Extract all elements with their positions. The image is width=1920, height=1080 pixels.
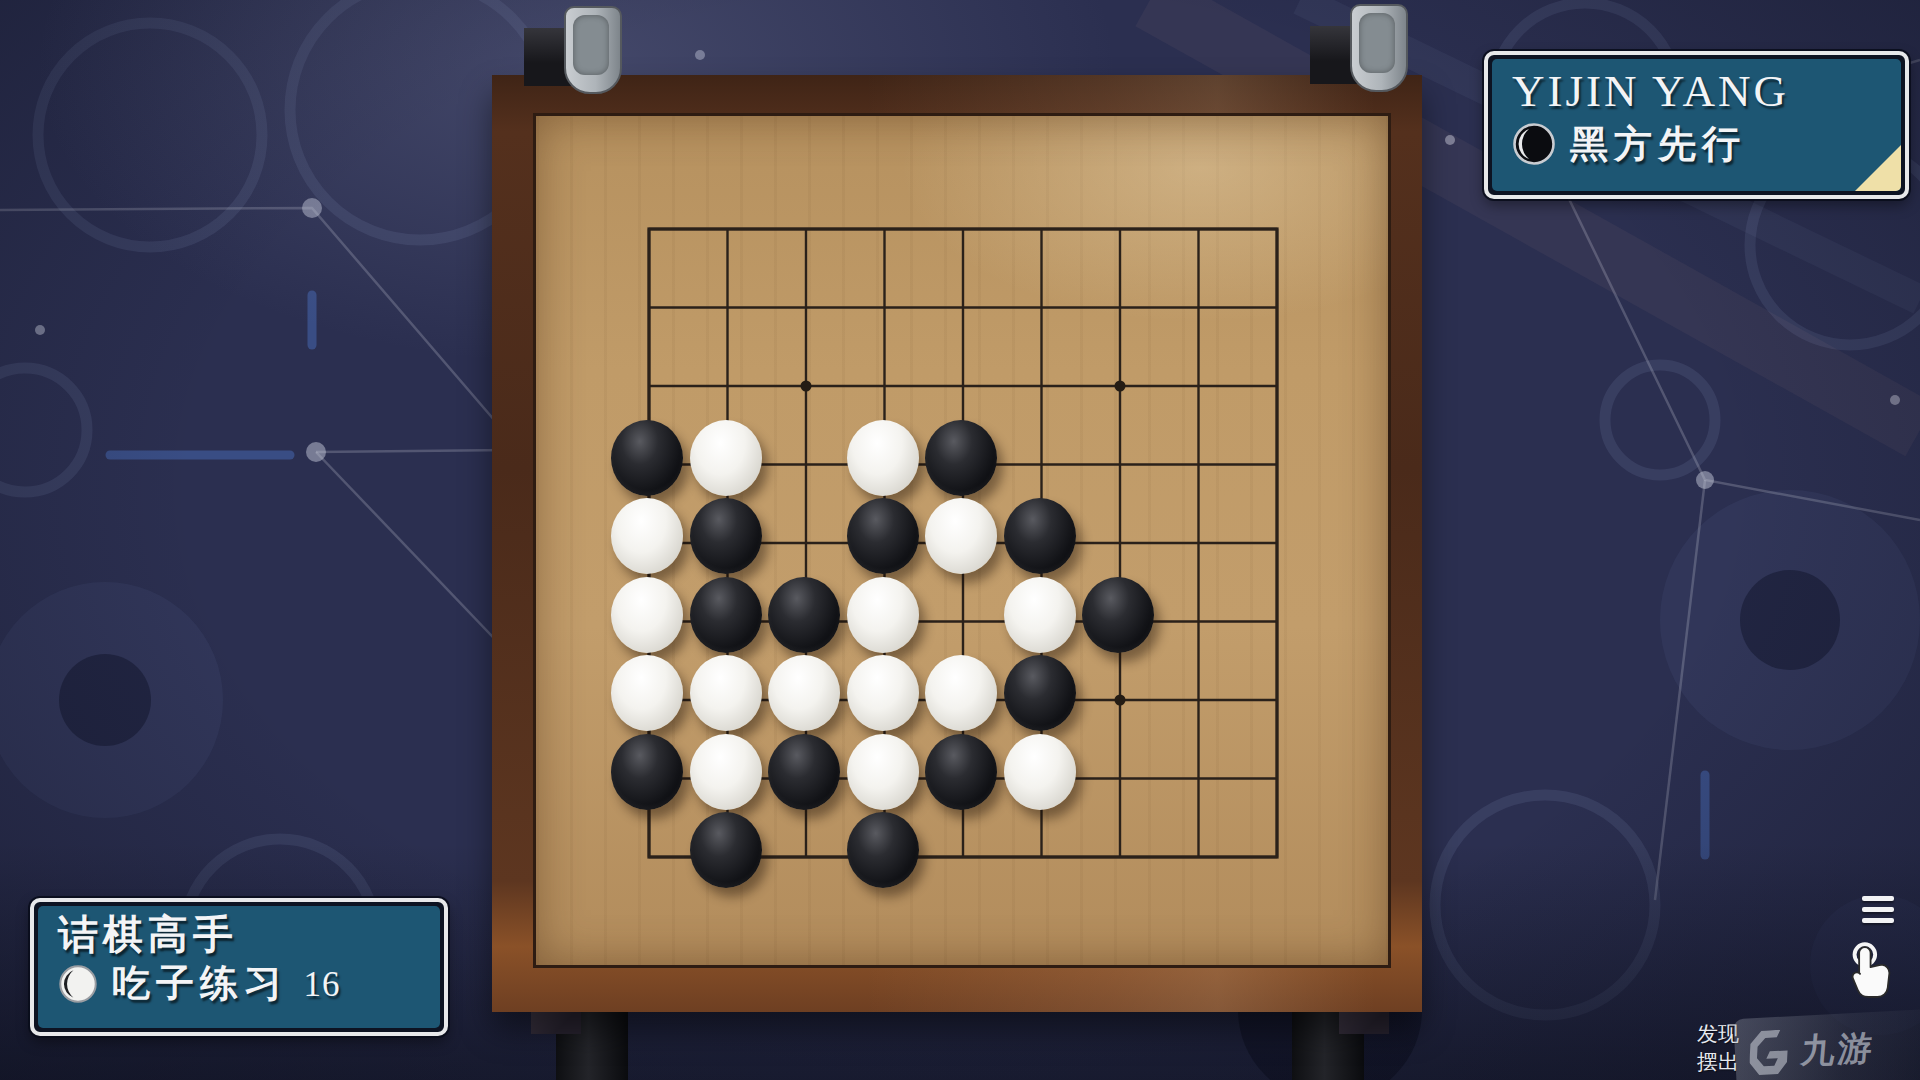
black-stone [1082, 577, 1154, 653]
board-cell-e9[interactable] [924, 818, 1003, 897]
board-clamp-right [1310, 4, 1406, 94]
bottom-right-captions: 发现 摆出 [1697, 1020, 1739, 1076]
board-cell-e1[interactable] [924, 190, 1003, 269]
board-cell-g9[interactable] [1081, 818, 1160, 897]
board-cell-a2[interactable] [610, 268, 689, 347]
board-cell-d7[interactable] [845, 661, 924, 740]
board-cell-i1[interactable] [1238, 190, 1317, 269]
board-clamp-left [524, 6, 620, 96]
board-intersections-grid [610, 190, 1317, 897]
board-cell-f3[interactable] [1002, 347, 1081, 426]
board-cell-d4[interactable] [845, 425, 924, 504]
board-cell-i7[interactable] [1238, 661, 1317, 740]
board-cell-c6[interactable] [767, 582, 846, 661]
puzzle-subtitle-text: 吃子练习 [112, 962, 288, 1004]
board-cell-b2[interactable] [688, 268, 767, 347]
black-stone [768, 577, 840, 653]
board-cell-d2[interactable] [845, 268, 924, 347]
board-cell-i2[interactable] [1238, 268, 1317, 347]
board-cell-c2[interactable] [767, 268, 846, 347]
black-stone [690, 498, 762, 574]
board-cell-i5[interactable] [1238, 504, 1317, 583]
black-stone [1004, 498, 1076, 574]
board-cell-c3[interactable] [767, 347, 846, 426]
board-cell-b6[interactable] [688, 582, 767, 661]
board-cell-e6[interactable] [924, 582, 1003, 661]
board-cell-f4[interactable] [1002, 425, 1081, 504]
black-stone [690, 577, 762, 653]
player-name: YIJIN YANG [1512, 67, 1881, 117]
board-cell-a8[interactable] [610, 739, 689, 818]
board-cell-f9[interactable] [1002, 818, 1081, 897]
white-stone [847, 655, 919, 731]
hamburger-menu-icon [1862, 918, 1894, 923]
black-stone [847, 498, 919, 574]
puzzle-number: 16 [304, 965, 341, 1004]
board-cell-c9[interactable] [767, 818, 846, 897]
board-cell-b5[interactable] [688, 504, 767, 583]
caption-line-2: 摆出 [1697, 1048, 1739, 1076]
white-stone [611, 498, 683, 574]
menu-button[interactable] [1862, 896, 1894, 929]
board-cell-g8[interactable] [1081, 739, 1160, 818]
board-cell-b8[interactable] [688, 739, 767, 818]
board-cell-h1[interactable] [1159, 190, 1238, 269]
board-cell-b7[interactable] [688, 661, 767, 740]
board-cell-c4[interactable] [767, 425, 846, 504]
board-cell-d1[interactable] [845, 190, 924, 269]
board-cell-g1[interactable] [1081, 190, 1160, 269]
board-cell-f6[interactable] [1002, 582, 1081, 661]
black-stone [768, 734, 840, 810]
white-stone [925, 498, 997, 574]
board-cell-d6[interactable] [845, 582, 924, 661]
board-cell-e8[interactable] [924, 739, 1003, 818]
white-stone [611, 577, 683, 653]
clamp-clip-pad [1359, 13, 1395, 73]
board-cell-i3[interactable] [1238, 347, 1317, 426]
white-stone [1004, 577, 1076, 653]
board-cell-f1[interactable] [1002, 190, 1081, 269]
board-cell-h8[interactable] [1159, 739, 1238, 818]
board-cell-g7[interactable] [1081, 661, 1160, 740]
white-stone [847, 734, 919, 810]
player-panel: YIJIN YANG 黑方先行 [1484, 51, 1909, 199]
board-cell-e7[interactable] [924, 661, 1003, 740]
board-cell-a9[interactable] [610, 818, 689, 897]
jiuyou-g-logo [1748, 1029, 1794, 1077]
clamp-clip-pad [573, 15, 609, 75]
black-stone [690, 812, 762, 888]
black-stone [847, 812, 919, 888]
board-cell-h7[interactable] [1159, 661, 1238, 740]
puzzle-panel: 诘棋高手 吃子练习 16 [30, 898, 448, 1036]
board-cell-g5[interactable] [1081, 504, 1160, 583]
board-cell-f8[interactable] [1002, 739, 1081, 818]
board-cell-b1[interactable] [688, 190, 767, 269]
puzzle-panel-body: 诘棋高手 吃子练习 16 [38, 906, 440, 1028]
board-cell-h2[interactable] [1159, 268, 1238, 347]
board-cell-f5[interactable] [1002, 504, 1081, 583]
board-cell-d3[interactable] [845, 347, 924, 426]
board-cell-i6[interactable] [1238, 582, 1317, 661]
white-stone [768, 655, 840, 731]
player-panel-body: YIJIN YANG 黑方先行 [1492, 59, 1901, 191]
board-cell-d9[interactable] [845, 818, 924, 897]
black-stone [1004, 655, 1076, 731]
board-cell-e2[interactable] [924, 268, 1003, 347]
puzzle-title: 诘棋高手 [58, 914, 420, 956]
turn-indicator-label: 黑方先行 [1570, 119, 1746, 170]
board-cell-f2[interactable] [1002, 268, 1081, 347]
caption-line-1: 发现 [1697, 1020, 1739, 1048]
board-cell-d8[interactable] [845, 739, 924, 818]
board-cell-d5[interactable] [845, 504, 924, 583]
board-cell-i9[interactable] [1238, 818, 1317, 897]
board-cell-g3[interactable] [1081, 347, 1160, 426]
board-cell-a1[interactable] [610, 190, 689, 269]
puzzle-subtitle: 吃子练习 16 [112, 958, 341, 1009]
board-cell-b9[interactable] [688, 818, 767, 897]
white-stone [690, 655, 762, 731]
board-cell-a6[interactable] [610, 582, 689, 661]
board-cell-g4[interactable] [1081, 425, 1160, 504]
white-stone [925, 655, 997, 731]
board-cell-c1[interactable] [767, 190, 846, 269]
board-cell-h4[interactable] [1159, 425, 1238, 504]
board-cell-a4[interactable] [610, 425, 689, 504]
white-stone [690, 734, 762, 810]
board-cell-g2[interactable] [1081, 268, 1160, 347]
board-cell-h3[interactable] [1159, 347, 1238, 426]
board-cell-a5[interactable] [610, 504, 689, 583]
board-cell-i8[interactable] [1238, 739, 1317, 818]
hamburger-menu-icon [1862, 896, 1894, 901]
watermark-text: 九游 [1799, 1025, 1877, 1075]
board-cell-c5[interactable] [767, 504, 846, 583]
board-cell-e4[interactable] [924, 425, 1003, 504]
black-stone [611, 420, 683, 496]
board-cell-c7[interactable] [767, 661, 846, 740]
watermark-badge: 九游 [1733, 1009, 1920, 1080]
white-stone [1004, 734, 1076, 810]
black-stone-icon [1512, 122, 1556, 166]
board-cell-c8[interactable] [767, 739, 846, 818]
black-stone [925, 420, 997, 496]
black-stone [611, 734, 683, 810]
panel-corner-triangle[interactable] [1855, 145, 1901, 191]
hamburger-menu-icon [1862, 907, 1894, 912]
board-cell-b3[interactable] [688, 347, 767, 426]
white-stone [847, 577, 919, 653]
black-stone [925, 734, 997, 810]
board-cell-g6[interactable] [1081, 582, 1160, 661]
board-cell-i4[interactable] [1238, 425, 1317, 504]
board-cell-a7[interactable] [610, 661, 689, 740]
board-cell-h9[interactable] [1159, 818, 1238, 897]
board-cell-e3[interactable] [924, 347, 1003, 426]
board-cell-e5[interactable] [924, 504, 1003, 583]
game-screen: YIJIN YANG 黑方先行 诘棋高手 吃子练习 16 [0, 0, 1920, 1080]
white-stone [611, 655, 683, 731]
board-cell-b4[interactable] [688, 425, 767, 504]
white-stone-icon [58, 964, 98, 1004]
board-cell-f7[interactable] [1002, 661, 1081, 740]
board-cell-h6[interactable] [1159, 582, 1238, 661]
board-cell-h5[interactable] [1159, 504, 1238, 583]
white-stone [690, 420, 762, 496]
white-stone [847, 420, 919, 496]
board-cell-a3[interactable] [610, 347, 689, 426]
